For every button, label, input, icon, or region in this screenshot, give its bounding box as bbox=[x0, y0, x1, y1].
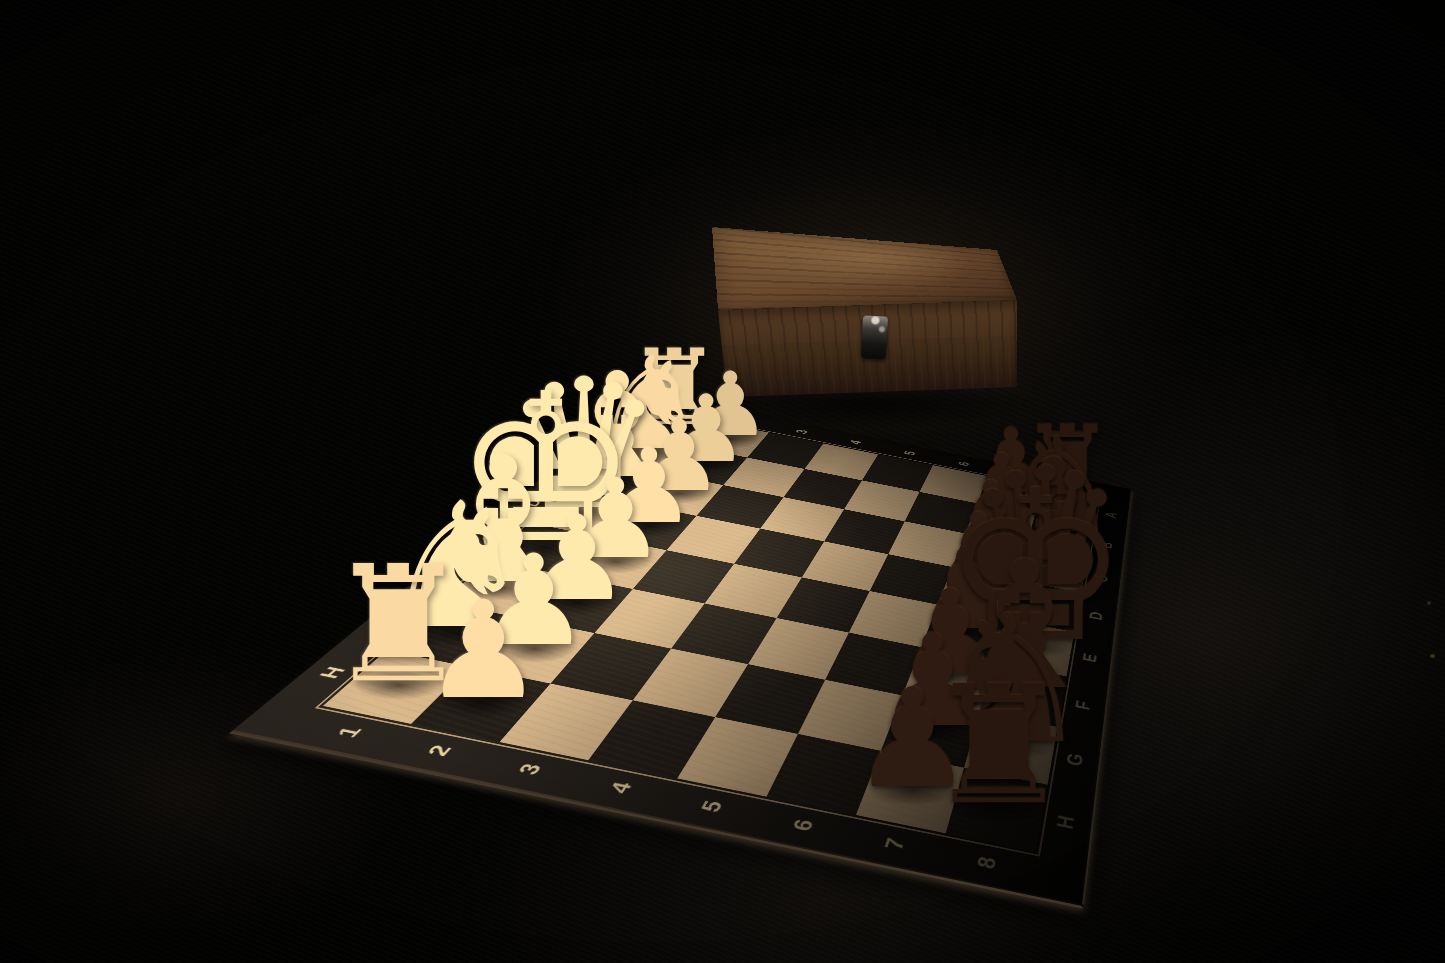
rank-label-near-5: 5 bbox=[696, 799, 726, 814]
piece-white-pawn-h2[interactable]: ♟ bbox=[423, 585, 544, 720]
rank-label-near-4: 4 bbox=[605, 780, 636, 795]
rank-label-far-5: 5 bbox=[901, 450, 917, 456]
background-speck bbox=[1427, 601, 1431, 605]
rank-label-near-1: 1 bbox=[332, 725, 366, 739]
rank-label-far-3: 3 bbox=[793, 428, 810, 434]
scene: 1122334455667788AABBCCDDEEFFGGHH ♜♞♝♛♚♝♞… bbox=[0, 0, 1445, 963]
rank-label-near-6: 6 bbox=[788, 817, 817, 832]
wooden-box-top bbox=[712, 227, 1017, 310]
rank-label-near-3: 3 bbox=[514, 762, 546, 777]
rank-label-near-7: 7 bbox=[880, 836, 908, 852]
background-speck bbox=[1430, 654, 1435, 658]
box-clasp-icon bbox=[861, 315, 888, 359]
rank-label-near-8: 8 bbox=[973, 855, 1000, 871]
piece-black-rook-h8[interactable]: ♜ bbox=[925, 664, 1072, 828]
rank-label-far-4: 4 bbox=[847, 439, 864, 445]
rank-label-near-2: 2 bbox=[423, 743, 456, 757]
